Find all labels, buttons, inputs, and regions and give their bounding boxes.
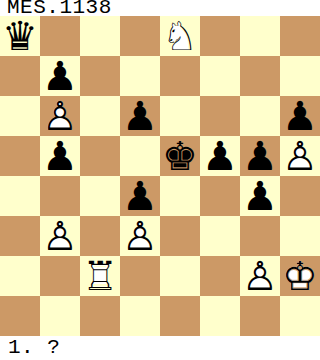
- square-c6[interactable]: [80, 96, 120, 136]
- square-e1[interactable]: [160, 296, 200, 336]
- square-c5[interactable]: [80, 136, 120, 176]
- square-g1[interactable]: [240, 296, 280, 336]
- square-e6[interactable]: [160, 96, 200, 136]
- square-c7[interactable]: [80, 56, 120, 96]
- square-f3[interactable]: [200, 216, 240, 256]
- black-pawn[interactable]: ♟: [120, 176, 160, 216]
- white-king[interactable]: ♚♔: [280, 256, 320, 296]
- square-d4[interactable]: ♟: [120, 176, 160, 216]
- white-pawn-outline: ♙: [40, 96, 80, 136]
- square-a1[interactable]: [0, 296, 40, 336]
- square-g3[interactable]: [240, 216, 280, 256]
- square-e3[interactable]: [160, 216, 200, 256]
- square-b8[interactable]: [40, 16, 80, 56]
- chess-board: ♛♞♘♟♟♙♟♟♟♚♟♟♟♙♟♟♟♙♟♙♜♖♟♙♚♔: [0, 16, 320, 336]
- square-a3[interactable]: [0, 216, 40, 256]
- square-h2[interactable]: ♚♔: [280, 256, 320, 296]
- square-b2[interactable]: [40, 256, 80, 296]
- black-king[interactable]: ♚: [160, 136, 200, 176]
- white-pawn[interactable]: ♟♙: [280, 136, 320, 176]
- white-knight-outline: ♘: [160, 16, 200, 56]
- square-g2[interactable]: ♟♙: [240, 256, 280, 296]
- white-pawn[interactable]: ♟♙: [120, 216, 160, 256]
- black-king-glyph: ♚: [160, 136, 200, 176]
- white-pawn-outline: ♙: [40, 216, 80, 256]
- square-d8[interactable]: [120, 16, 160, 56]
- square-h8[interactable]: [280, 16, 320, 56]
- square-g6[interactable]: [240, 96, 280, 136]
- black-pawn[interactable]: ♟: [40, 56, 80, 96]
- square-h3[interactable]: [280, 216, 320, 256]
- square-a5[interactable]: [0, 136, 40, 176]
- square-c3[interactable]: [80, 216, 120, 256]
- square-f6[interactable]: [200, 96, 240, 136]
- square-b6[interactable]: ♟♙: [40, 96, 80, 136]
- white-pawn[interactable]: ♟♙: [240, 256, 280, 296]
- square-f2[interactable]: [200, 256, 240, 296]
- square-e4[interactable]: [160, 176, 200, 216]
- white-knight[interactable]: ♞♘: [160, 16, 200, 56]
- black-pawn-glyph: ♟: [280, 96, 320, 136]
- black-pawn[interactable]: ♟: [200, 136, 240, 176]
- black-pawn[interactable]: ♟: [280, 96, 320, 136]
- square-b4[interactable]: [40, 176, 80, 216]
- square-g4[interactable]: ♟: [240, 176, 280, 216]
- square-c1[interactable]: [80, 296, 120, 336]
- white-pawn[interactable]: ♟♙: [40, 96, 80, 136]
- square-d2[interactable]: [120, 256, 160, 296]
- square-d1[interactable]: [120, 296, 160, 336]
- square-f7[interactable]: [200, 56, 240, 96]
- black-pawn-glyph: ♟: [40, 56, 80, 96]
- square-a6[interactable]: [0, 96, 40, 136]
- black-pawn-glyph: ♟: [40, 136, 80, 176]
- square-b5[interactable]: ♟: [40, 136, 80, 176]
- square-a4[interactable]: [0, 176, 40, 216]
- black-pawn[interactable]: ♟: [40, 136, 80, 176]
- black-pawn-glyph: ♟: [240, 136, 280, 176]
- white-rook[interactable]: ♜♖: [80, 256, 120, 296]
- white-pawn-outline: ♙: [280, 136, 320, 176]
- chess-diagram-page: MES.1138 ♛♞♘♟♟♙♟♟♟♚♟♟♟♙♟♟♟♙♟♙♜♖♟♙♚♔ 1. ?: [0, 0, 320, 360]
- square-e7[interactable]: [160, 56, 200, 96]
- black-pawn[interactable]: ♟: [240, 176, 280, 216]
- square-a7[interactable]: [0, 56, 40, 96]
- square-d5[interactable]: [120, 136, 160, 176]
- white-pawn[interactable]: ♟♙: [40, 216, 80, 256]
- square-e2[interactable]: [160, 256, 200, 296]
- square-g8[interactable]: [240, 16, 280, 56]
- move-prompt: 1. ?: [0, 336, 320, 360]
- square-h5[interactable]: ♟♙: [280, 136, 320, 176]
- square-d6[interactable]: ♟: [120, 96, 160, 136]
- white-pawn-outline: ♙: [120, 216, 160, 256]
- diagram-title: MES.1138: [0, 0, 320, 16]
- square-c2[interactable]: ♜♖: [80, 256, 120, 296]
- black-pawn-glyph: ♟: [120, 96, 160, 136]
- square-f5[interactable]: ♟: [200, 136, 240, 176]
- square-d3[interactable]: ♟♙: [120, 216, 160, 256]
- square-f1[interactable]: [200, 296, 240, 336]
- square-c4[interactable]: [80, 176, 120, 216]
- square-h4[interactable]: [280, 176, 320, 216]
- square-d7[interactable]: [120, 56, 160, 96]
- black-pawn[interactable]: ♟: [240, 136, 280, 176]
- white-king-outline: ♔: [280, 256, 320, 296]
- square-b1[interactable]: [40, 296, 80, 336]
- square-b7[interactable]: ♟: [40, 56, 80, 96]
- square-g5[interactable]: ♟: [240, 136, 280, 176]
- square-c8[interactable]: [80, 16, 120, 56]
- square-f8[interactable]: [200, 16, 240, 56]
- black-pawn-glyph: ♟: [120, 176, 160, 216]
- black-pawn[interactable]: ♟: [120, 96, 160, 136]
- white-rook-outline: ♖: [80, 256, 120, 296]
- square-e8[interactable]: ♞♘: [160, 16, 200, 56]
- square-e5[interactable]: ♚: [160, 136, 200, 176]
- black-pawn-glyph: ♟: [240, 176, 280, 216]
- square-f4[interactable]: [200, 176, 240, 216]
- square-a8[interactable]: ♛: [0, 16, 40, 56]
- square-h1[interactable]: [280, 296, 320, 336]
- square-a2[interactable]: [0, 256, 40, 296]
- square-h7[interactable]: [280, 56, 320, 96]
- black-pawn-glyph: ♟: [200, 136, 240, 176]
- square-h6[interactable]: ♟: [280, 96, 320, 136]
- black-queen-glyph: ♛: [0, 16, 40, 56]
- square-g7[interactable]: [240, 56, 280, 96]
- black-queen[interactable]: ♛: [0, 16, 40, 56]
- white-pawn-outline: ♙: [240, 256, 280, 296]
- square-b3[interactable]: ♟♙: [40, 216, 80, 256]
